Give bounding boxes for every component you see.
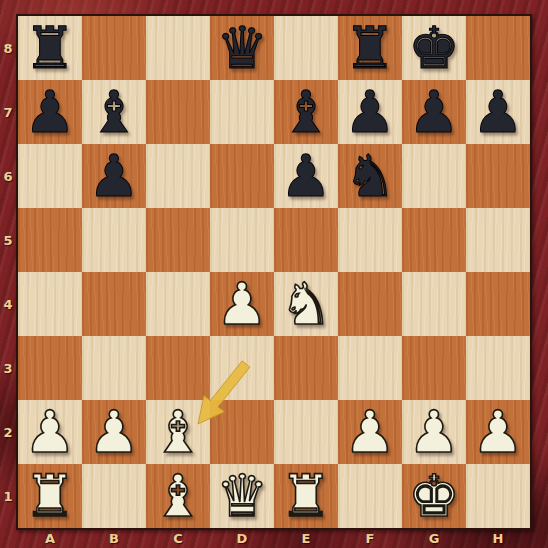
square-e5[interactable] [274, 208, 338, 272]
square-a7[interactable]: ♟ [18, 80, 82, 144]
square-g4[interactable] [402, 272, 466, 336]
square-b5[interactable] [82, 208, 146, 272]
file-labels: ABCDEFGH [18, 528, 530, 548]
square-a2[interactable]: ♟ [18, 400, 82, 464]
square-f2[interactable]: ♟ [338, 400, 402, 464]
square-e1[interactable]: ♜ [274, 464, 338, 528]
square-c3[interactable] [146, 336, 210, 400]
piece-white-bishop-c1[interactable]: ♝ [146, 464, 210, 528]
piece-white-pawn-a2[interactable]: ♟ [18, 400, 82, 464]
rank-label-3: 3 [0, 336, 16, 400]
square-g1[interactable]: ♚ [402, 464, 466, 528]
board: ♜♛♜♚♟♝♝♟♟♟♟♟♞♟♞♟♟♝♟♟♟♜♝♛♜♚ [18, 16, 530, 528]
piece-black-pawn-a7[interactable]: ♟ [18, 80, 82, 144]
file-label-f: F [338, 528, 402, 548]
square-h8[interactable] [466, 16, 530, 80]
square-h5[interactable] [466, 208, 530, 272]
square-c5[interactable] [146, 208, 210, 272]
square-c7[interactable] [146, 80, 210, 144]
square-h7[interactable]: ♟ [466, 80, 530, 144]
square-c6[interactable] [146, 144, 210, 208]
piece-white-pawn-d4[interactable]: ♟ [210, 272, 274, 336]
square-g5[interactable] [402, 208, 466, 272]
file-label-g: G [402, 528, 466, 548]
square-h6[interactable] [466, 144, 530, 208]
square-h1[interactable] [466, 464, 530, 528]
square-g7[interactable]: ♟ [402, 80, 466, 144]
file-label-a: A [18, 528, 82, 548]
piece-black-bishop-e7[interactable]: ♝ [274, 80, 338, 144]
board-wrap: ♜♛♜♚♟♝♝♟♟♟♟♟♞♟♞♟♟♝♟♟♟♜♝♛♜♚ [16, 14, 532, 530]
rank-labels: 87654321 [0, 16, 16, 528]
piece-black-pawn-h7[interactable]: ♟ [466, 80, 530, 144]
square-f5[interactable] [338, 208, 402, 272]
piece-black-bishop-b7[interactable]: ♝ [82, 80, 146, 144]
square-b8[interactable] [82, 16, 146, 80]
square-d5[interactable] [210, 208, 274, 272]
piece-black-knight-f6[interactable]: ♞ [338, 144, 402, 208]
square-a6[interactable] [18, 144, 82, 208]
piece-black-pawn-f7[interactable]: ♟ [338, 80, 402, 144]
square-g3[interactable] [402, 336, 466, 400]
piece-black-queen-d8[interactable]: ♛ [210, 16, 274, 80]
piece-black-pawn-e6[interactable]: ♟ [274, 144, 338, 208]
square-h4[interactable] [466, 272, 530, 336]
square-g2[interactable]: ♟ [402, 400, 466, 464]
square-c1[interactable]: ♝ [146, 464, 210, 528]
square-e4[interactable]: ♞ [274, 272, 338, 336]
square-h2[interactable]: ♟ [466, 400, 530, 464]
file-label-d: D [210, 528, 274, 548]
square-e2[interactable] [274, 400, 338, 464]
rank-label-4: 4 [0, 272, 16, 336]
square-c4[interactable] [146, 272, 210, 336]
square-d1[interactable]: ♛ [210, 464, 274, 528]
rank-label-2: 2 [0, 400, 16, 464]
square-h3[interactable] [466, 336, 530, 400]
piece-white-king-g1[interactable]: ♚ [402, 464, 466, 528]
square-a5[interactable] [18, 208, 82, 272]
piece-black-rook-a8[interactable]: ♜ [18, 16, 82, 80]
piece-white-bishop-c2[interactable]: ♝ [146, 400, 210, 464]
square-f3[interactable] [338, 336, 402, 400]
piece-black-pawn-b6[interactable]: ♟ [82, 144, 146, 208]
piece-white-pawn-f2[interactable]: ♟ [338, 400, 402, 464]
piece-white-pawn-h2[interactable]: ♟ [466, 400, 530, 464]
square-b7[interactable]: ♝ [82, 80, 146, 144]
square-d8[interactable]: ♛ [210, 16, 274, 80]
square-b4[interactable] [82, 272, 146, 336]
square-f7[interactable]: ♟ [338, 80, 402, 144]
square-e6[interactable]: ♟ [274, 144, 338, 208]
file-label-c: C [146, 528, 210, 548]
piece-white-rook-a1[interactable]: ♜ [18, 464, 82, 528]
piece-black-rook-f8[interactable]: ♜ [338, 16, 402, 80]
rank-label-8: 8 [0, 16, 16, 80]
file-label-b: B [82, 528, 146, 548]
square-d3[interactable] [210, 336, 274, 400]
square-a4[interactable] [18, 272, 82, 336]
square-d4[interactable]: ♟ [210, 272, 274, 336]
square-e3[interactable] [274, 336, 338, 400]
piece-white-knight-e4[interactable]: ♞ [274, 272, 338, 336]
square-d2[interactable] [210, 400, 274, 464]
piece-black-pawn-g7[interactable]: ♟ [402, 80, 466, 144]
square-b6[interactable]: ♟ [82, 144, 146, 208]
square-d7[interactable] [210, 80, 274, 144]
square-g8[interactable]: ♚ [402, 16, 466, 80]
square-a1[interactable]: ♜ [18, 464, 82, 528]
square-f8[interactable]: ♜ [338, 16, 402, 80]
piece-white-rook-e1[interactable]: ♜ [274, 464, 338, 528]
piece-white-queen-d1[interactable]: ♛ [210, 464, 274, 528]
square-c2[interactable]: ♝ [146, 400, 210, 464]
square-g6[interactable] [402, 144, 466, 208]
rank-label-1: 1 [0, 464, 16, 528]
square-f6[interactable]: ♞ [338, 144, 402, 208]
square-e8[interactable] [274, 16, 338, 80]
square-d6[interactable] [210, 144, 274, 208]
square-a3[interactable] [18, 336, 82, 400]
piece-white-pawn-b2[interactable]: ♟ [82, 400, 146, 464]
square-b3[interactable] [82, 336, 146, 400]
piece-black-king-g8[interactable]: ♚ [402, 16, 466, 80]
square-b2[interactable]: ♟ [82, 400, 146, 464]
square-f4[interactable] [338, 272, 402, 336]
file-label-h: H [466, 528, 530, 548]
rank-label-5: 5 [0, 208, 16, 272]
square-a8[interactable]: ♜ [18, 16, 82, 80]
square-e7[interactable]: ♝ [274, 80, 338, 144]
square-f1[interactable] [338, 464, 402, 528]
piece-white-pawn-g2[interactable]: ♟ [402, 400, 466, 464]
file-label-e: E [274, 528, 338, 548]
rank-label-7: 7 [0, 80, 16, 144]
rank-label-6: 6 [0, 144, 16, 208]
square-c8[interactable] [146, 16, 210, 80]
square-b1[interactable] [82, 464, 146, 528]
chess-board-frame: 87654321 ABCDEFGH ♜♛♜♚♟♝♝♟♟♟♟♟♞♟♞♟♟♝♟♟♟♜… [0, 0, 548, 548]
